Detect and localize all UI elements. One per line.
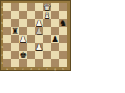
file-label-e: e: [38, 68, 41, 71]
square-c3[interactable]: [19, 43, 27, 51]
square-b2[interactable]: [11, 51, 19, 59]
square-a6[interactable]: [3, 19, 11, 27]
square-b5[interactable]: ♜: [11, 27, 19, 35]
white-pawn: ♟: [35, 43, 43, 51]
square-c8[interactable]: [19, 3, 27, 11]
square-f6[interactable]: [43, 19, 51, 27]
square-a4[interactable]: [3, 35, 11, 43]
square-g2[interactable]: [51, 51, 59, 59]
square-b6[interactable]: [11, 19, 19, 27]
black-rook: ♜: [11, 27, 19, 35]
white-queen: ♛: [43, 3, 51, 11]
square-g4[interactable]: ♟: [51, 35, 59, 43]
square-c6[interactable]: [19, 19, 27, 27]
square-h2[interactable]: [59, 51, 67, 59]
square-a8[interactable]: [3, 3, 11, 11]
square-h1[interactable]: [59, 59, 67, 67]
white-bishop: ♝: [43, 11, 51, 19]
square-g8[interactable]: [51, 3, 59, 11]
square-e3[interactable]: ♟: [35, 43, 43, 51]
square-g1[interactable]: [51, 59, 59, 67]
square-h7[interactable]: [59, 11, 67, 19]
square-a5[interactable]: [3, 27, 11, 35]
square-g7[interactable]: [51, 11, 59, 19]
square-e1[interactable]: [35, 59, 43, 67]
square-g5[interactable]: [51, 27, 59, 35]
square-h8[interactable]: [59, 3, 67, 11]
square-c5[interactable]: [19, 27, 27, 35]
square-c7[interactable]: [19, 11, 27, 19]
square-d7[interactable]: [27, 11, 35, 19]
black-pawn: ♟: [51, 35, 59, 43]
square-f1[interactable]: [43, 59, 51, 67]
square-a3[interactable]: [3, 43, 11, 51]
square-h5[interactable]: [59, 27, 67, 35]
file-label-c: c: [22, 68, 25, 71]
black-knight: ♞: [59, 19, 67, 27]
square-a1[interactable]: [3, 59, 11, 67]
file-label-f: f: [46, 68, 49, 71]
square-c2[interactable]: ♚: [19, 51, 27, 59]
square-d4[interactable]: [27, 35, 35, 43]
white-pawn: ♟: [35, 19, 43, 27]
square-f2[interactable]: [43, 51, 51, 59]
board-grid: ♛♝♟♞♜♟♟♟♟♚: [3, 3, 67, 67]
chess-board: ♛♝♟♞♜♟♟♟♟♚ 87654321abcdefgh: [0, 0, 71, 71]
square-f5[interactable]: [43, 27, 51, 35]
square-b7[interactable]: [11, 11, 19, 19]
square-d8[interactable]: [27, 3, 35, 11]
file-label-d: d: [30, 68, 33, 71]
square-d2[interactable]: [27, 51, 35, 59]
file-label-g: g: [54, 68, 57, 71]
file-label-a: a: [6, 68, 9, 71]
square-f7[interactable]: ♝: [43, 11, 51, 19]
square-f8[interactable]: ♛: [43, 3, 51, 11]
square-d1[interactable]: [27, 59, 35, 67]
file-label-b: b: [14, 68, 17, 71]
square-f4[interactable]: [43, 35, 51, 43]
square-d3[interactable]: [27, 43, 35, 51]
square-b1[interactable]: [11, 59, 19, 67]
square-b3[interactable]: [11, 43, 19, 51]
square-h3[interactable]: [59, 43, 67, 51]
square-b4[interactable]: [11, 35, 19, 43]
square-e8[interactable]: [35, 3, 43, 11]
square-a2[interactable]: [3, 51, 11, 59]
square-e2[interactable]: [35, 51, 43, 59]
white-pawn: ♟: [35, 27, 43, 35]
square-h6[interactable]: ♞: [59, 19, 67, 27]
square-f3[interactable]: [43, 43, 51, 51]
square-e7[interactable]: [35, 11, 43, 19]
square-c4[interactable]: ♟: [19, 35, 27, 43]
square-d5[interactable]: [27, 27, 35, 35]
square-d6[interactable]: [27, 19, 35, 27]
square-h4[interactable]: [59, 35, 67, 43]
square-c1[interactable]: [19, 59, 27, 67]
square-e5[interactable]: ♟: [35, 27, 43, 35]
white-pawn: ♟: [19, 35, 27, 43]
square-b8[interactable]: [11, 3, 19, 11]
square-e6[interactable]: ♟: [35, 19, 43, 27]
square-g3[interactable]: [51, 43, 59, 51]
black-king: ♚: [19, 51, 27, 59]
square-g6[interactable]: [51, 19, 59, 27]
square-a7[interactable]: [3, 11, 11, 19]
file-label-h: h: [62, 68, 65, 71]
screenshot-canvas: ♛♝♟♞♜♟♟♟♟♚ 87654321abcdefgh: [0, 0, 125, 93]
square-e4[interactable]: [35, 35, 43, 43]
